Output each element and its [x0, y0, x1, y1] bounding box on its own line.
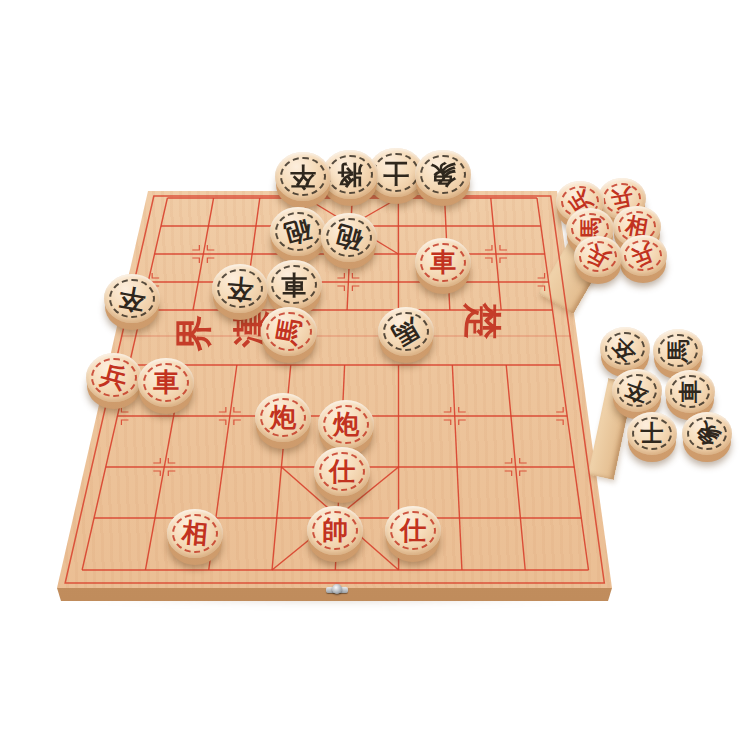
piece-black-elephant[interactable]: 象 [415, 150, 471, 206]
grid-line [352, 273, 359, 278]
piece-character: 卒 [606, 362, 668, 420]
piece-character: 仕 [385, 506, 441, 555]
grid-line [153, 471, 160, 476]
grid-line [505, 471, 512, 476]
piece-character: 兵 [567, 227, 629, 287]
piece-character: 車 [138, 358, 194, 407]
photo-stage: 士將象卒兵兵相馬砲砲兵兵車車卒卒馬馬卒馬兵車卒車炮炮士象仕帥仕相 界漢河楚 [0, 0, 750, 750]
piece-red-advisor[interactable]: 仕 [385, 506, 441, 562]
piece-character: 車 [415, 238, 471, 287]
grid-line [500, 245, 507, 250]
clasp-knob [332, 584, 342, 594]
piece-black-horse[interactable]: 馬 [378, 307, 434, 363]
grid-line [520, 471, 527, 476]
grid-line [538, 286, 545, 291]
grid-line [444, 420, 451, 425]
grid-line [444, 407, 451, 412]
grid-line [234, 407, 241, 412]
grid-line [168, 471, 175, 476]
grid-line [234, 420, 241, 425]
grid-line [485, 245, 492, 250]
grid-line [121, 420, 128, 425]
piece-character: 炮 [318, 400, 374, 449]
piece-red-chariot[interactable]: 車 [138, 358, 194, 414]
piece-black-cannon[interactable]: 砲 [321, 213, 377, 269]
piece-red-elephant[interactable]: 相 [167, 509, 223, 565]
grid-line [485, 258, 492, 263]
grid-line [552, 310, 560, 365]
piece-character: 卒 [275, 152, 331, 201]
piece-black-soldier[interactable]: 卒 [212, 264, 268, 320]
grid-line [538, 273, 545, 278]
piece-red-cannon[interactable]: 炮 [255, 393, 311, 449]
piece-character: 炮 [255, 393, 311, 442]
piece-character: 卒 [100, 270, 164, 328]
grid-line [192, 245, 199, 250]
grid-line [168, 458, 175, 463]
grid-line [500, 258, 507, 263]
piece-black-advisor[interactable]: 士 [627, 412, 677, 462]
grid-line [459, 420, 466, 425]
piece-black-soldier[interactable]: 卒 [104, 274, 160, 330]
piece-red-general[interactable]: 帥 [307, 506, 363, 562]
piece-character: 象 [415, 150, 471, 199]
grid-line [556, 420, 563, 425]
grid-line [520, 458, 527, 463]
metal-clasp[interactable] [326, 583, 348, 597]
river-label: 界 [175, 313, 215, 353]
piece-character: 帥 [307, 506, 363, 555]
grid-line [337, 286, 344, 291]
grid-line [192, 258, 199, 263]
piece-red-chariot[interactable]: 車 [415, 238, 471, 294]
piece-character: 砲 [316, 207, 383, 269]
grid-line [505, 458, 512, 463]
piece-character: 馬 [370, 296, 443, 366]
piece-black-elephant[interactable]: 象 [682, 412, 732, 462]
grid-line [219, 420, 226, 425]
grid-line [207, 245, 214, 250]
grid-line [153, 458, 160, 463]
piece-black-soldier[interactable]: 卒 [275, 152, 331, 208]
piece-red-advisor[interactable]: 仕 [314, 447, 370, 503]
grid-line [219, 407, 226, 412]
river-label: 楚 [461, 301, 501, 341]
grid-line [459, 407, 466, 412]
piece-red-soldier[interactable]: 兵 [574, 236, 622, 284]
grid-line [337, 273, 344, 278]
piece-character: 馬 [260, 300, 318, 364]
grid-line [556, 407, 563, 412]
grid-line [352, 286, 359, 291]
piece-character: 相 [165, 507, 225, 561]
piece-red-soldier[interactable]: 兵 [86, 353, 142, 409]
piece-character: 仕 [314, 447, 370, 496]
piece-character: 士 [627, 412, 677, 455]
piece-red-soldier[interactable]: 兵 [619, 235, 667, 283]
piece-red-horse[interactable]: 馬 [261, 307, 317, 363]
